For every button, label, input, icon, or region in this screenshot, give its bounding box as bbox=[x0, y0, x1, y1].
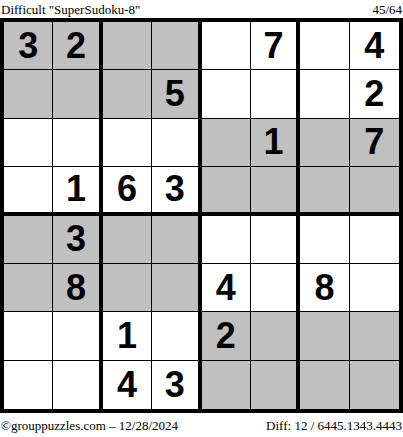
cell-r8c5[interactable] bbox=[202, 361, 251, 409]
cell-r4c6[interactable] bbox=[251, 167, 300, 215]
cell-r4c4: 3 bbox=[152, 167, 201, 215]
cell-r4c5[interactable] bbox=[202, 167, 251, 215]
cell-r5c7[interactable] bbox=[300, 216, 349, 264]
cell-r4c8[interactable] bbox=[350, 167, 399, 215]
cell-r8c6[interactable] bbox=[251, 361, 300, 409]
cell-r2c1[interactable] bbox=[4, 70, 53, 118]
cell-r1c3[interactable] bbox=[103, 22, 152, 70]
cell-r1c1: 3 bbox=[4, 22, 53, 70]
cell-r8c3: 4 bbox=[103, 361, 152, 409]
cell-r2c4: 5 bbox=[152, 70, 201, 118]
cell-r6c2: 8 bbox=[53, 264, 102, 312]
cell-r1c6: 7 bbox=[251, 22, 300, 70]
cell-r7c4[interactable] bbox=[152, 312, 201, 360]
cell-r3c1[interactable] bbox=[4, 119, 53, 167]
cell-r4c1[interactable] bbox=[4, 167, 53, 215]
cell-r8c1[interactable] bbox=[4, 361, 53, 409]
cell-r3c2[interactable] bbox=[53, 119, 102, 167]
cell-r6c8[interactable] bbox=[350, 264, 399, 312]
cell-r5c8[interactable] bbox=[350, 216, 399, 264]
cell-r1c7[interactable] bbox=[300, 22, 349, 70]
footer: ©grouppuzzles.com – 12/28/2024 Diff: 12 … bbox=[0, 413, 403, 437]
cell-r7c3: 1 bbox=[103, 312, 152, 360]
cell-r2c3[interactable] bbox=[103, 70, 152, 118]
cell-r5c1[interactable] bbox=[4, 216, 53, 264]
cell-r3c6: 1 bbox=[251, 119, 300, 167]
cell-r2c7[interactable] bbox=[300, 70, 349, 118]
cell-r7c5: 2 bbox=[202, 312, 251, 360]
cell-r4c2: 1 bbox=[53, 167, 102, 215]
cell-r7c7[interactable] bbox=[300, 312, 349, 360]
cell-r2c6[interactable] bbox=[251, 70, 300, 118]
cell-r7c8[interactable] bbox=[350, 312, 399, 360]
puzzle-title: Difficult "SuperSudoku-8" bbox=[1, 2, 140, 18]
difficulty-text: Diff: 12 / 6445.1343.4443 bbox=[266, 418, 402, 434]
cell-r1c5[interactable] bbox=[202, 22, 251, 70]
cell-r7c2[interactable] bbox=[53, 312, 102, 360]
cell-r4c7[interactable] bbox=[300, 167, 349, 215]
cell-r3c5[interactable] bbox=[202, 119, 251, 167]
sudoku-board: 3274521716338481243 bbox=[0, 18, 403, 413]
clue-counter: 45/64 bbox=[372, 2, 402, 18]
cell-r8c8 bbox=[350, 361, 399, 409]
cell-r5c5[interactable] bbox=[202, 216, 251, 264]
cell-r7c6[interactable] bbox=[251, 312, 300, 360]
cell-r6c3[interactable] bbox=[103, 264, 152, 312]
cell-r6c4[interactable] bbox=[152, 264, 201, 312]
cell-r2c5[interactable] bbox=[202, 70, 251, 118]
cell-r1c2: 2 bbox=[53, 22, 102, 70]
copyright-text: ©grouppuzzles.com – 12/28/2024 bbox=[1, 418, 178, 434]
cell-r6c1[interactable] bbox=[4, 264, 53, 312]
cell-r1c4[interactable] bbox=[152, 22, 201, 70]
cell-r3c7[interactable] bbox=[300, 119, 349, 167]
page-root: Difficult "SuperSudoku-8" 45/64 32745217… bbox=[0, 0, 403, 437]
cell-r5c3[interactable] bbox=[103, 216, 152, 264]
cell-r3c3[interactable] bbox=[103, 119, 152, 167]
cell-r6c6[interactable] bbox=[251, 264, 300, 312]
cell-r6c7: 8 bbox=[300, 264, 349, 312]
header: Difficult "SuperSudoku-8" 45/64 bbox=[0, 0, 403, 18]
cell-r8c4: 3 bbox=[152, 361, 201, 409]
cell-r8c2[interactable] bbox=[53, 361, 102, 409]
cell-r8c7 bbox=[300, 361, 349, 409]
cell-r5c2: 3 bbox=[53, 216, 102, 264]
cell-r7c1[interactable] bbox=[4, 312, 53, 360]
cell-r3c4[interactable] bbox=[152, 119, 201, 167]
cell-r2c8: 2 bbox=[350, 70, 399, 118]
cell-r5c4[interactable] bbox=[152, 216, 201, 264]
cell-r3c8: 7 bbox=[350, 119, 399, 167]
cell-r5c6[interactable] bbox=[251, 216, 300, 264]
cell-r6c5: 4 bbox=[202, 264, 251, 312]
cell-r2c2[interactable] bbox=[53, 70, 102, 118]
cell-r4c3: 6 bbox=[103, 167, 152, 215]
cell-r1c8: 4 bbox=[350, 22, 399, 70]
